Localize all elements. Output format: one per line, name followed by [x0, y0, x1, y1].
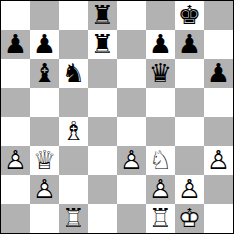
piece-glyph: ♟: [30, 30, 59, 59]
piece-black-queen[interactable]: ♛: [146, 59, 175, 88]
square-a3[interactable]: ♟♙: [1, 146, 30, 175]
piece-glyph: ♟: [175, 30, 204, 59]
square-b4[interactable]: [30, 117, 59, 146]
piece-white-bishop[interactable]: ♝♗: [59, 117, 88, 146]
piece-black-rook[interactable]: ♜: [88, 30, 117, 59]
square-g7[interactable]: ♟: [175, 30, 204, 59]
chess-board: ♜♚♟♟♜♟♟♝♞♛♟♝♗♟♙♛♕♟♙♞♘♟♙♟♙♟♙♟♙♜♖♜♖♚♔: [0, 0, 234, 234]
square-c3[interactable]: [59, 146, 88, 175]
square-d5[interactable]: [88, 88, 117, 117]
piece-outline-layer: ♙: [146, 175, 175, 204]
piece-glyph: ♟: [1, 30, 30, 59]
piece-black-pawn[interactable]: ♟: [204, 59, 233, 88]
square-a7[interactable]: ♟: [1, 30, 30, 59]
square-e3[interactable]: ♟♙: [117, 146, 146, 175]
piece-white-rook[interactable]: ♜♖: [146, 204, 175, 233]
piece-glyph: ♟: [204, 59, 233, 88]
square-c6[interactable]: ♞: [59, 59, 88, 88]
piece-glyph: ♟: [146, 30, 175, 59]
square-e2[interactable]: [117, 175, 146, 204]
square-f6[interactable]: ♛: [146, 59, 175, 88]
square-e7[interactable]: [117, 30, 146, 59]
piece-white-pawn[interactable]: ♟♙: [175, 175, 204, 204]
square-e4[interactable]: [117, 117, 146, 146]
piece-outline-layer: ♖: [59, 204, 88, 233]
piece-white-pawn[interactable]: ♟♙: [30, 175, 59, 204]
square-e8[interactable]: [117, 1, 146, 30]
piece-glyph: ♜: [88, 30, 117, 59]
square-a8[interactable]: [1, 1, 30, 30]
square-h2[interactable]: [204, 175, 233, 204]
piece-outline-layer: ♘: [146, 146, 175, 175]
square-f2[interactable]: ♟♙: [146, 175, 175, 204]
square-h7[interactable]: [204, 30, 233, 59]
square-f7[interactable]: ♟: [146, 30, 175, 59]
square-h4[interactable]: [204, 117, 233, 146]
piece-black-knight[interactable]: ♞: [59, 59, 88, 88]
square-d1[interactable]: [88, 204, 117, 233]
square-g6[interactable]: [175, 59, 204, 88]
piece-outline-layer: ♗: [59, 117, 88, 146]
square-g5[interactable]: [175, 88, 204, 117]
square-f1[interactable]: ♜♖: [146, 204, 175, 233]
piece-glyph: ♚: [175, 1, 204, 30]
piece-black-pawn[interactable]: ♟: [1, 30, 30, 59]
square-c8[interactable]: [59, 1, 88, 30]
square-a1[interactable]: [1, 204, 30, 233]
square-b3[interactable]: ♛♕: [30, 146, 59, 175]
square-h1[interactable]: [204, 204, 233, 233]
square-b2[interactable]: ♟♙: [30, 175, 59, 204]
piece-outline-layer: ♖: [146, 204, 175, 233]
piece-black-pawn[interactable]: ♟: [30, 30, 59, 59]
piece-outline-layer: ♕: [30, 146, 59, 175]
piece-outline-layer: ♙: [117, 146, 146, 175]
piece-white-pawn[interactable]: ♟♙: [146, 175, 175, 204]
square-e6[interactable]: [117, 59, 146, 88]
piece-white-queen[interactable]: ♛♕: [30, 146, 59, 175]
piece-black-bishop[interactable]: ♝: [30, 59, 59, 88]
piece-black-pawn[interactable]: ♟: [175, 30, 204, 59]
piece-white-knight[interactable]: ♞♘: [146, 146, 175, 175]
piece-glyph: ♝: [30, 59, 59, 88]
piece-outline-layer: ♔: [175, 204, 204, 233]
piece-glyph: ♛: [146, 59, 175, 88]
square-b5[interactable]: [30, 88, 59, 117]
square-g8[interactable]: ♚: [175, 1, 204, 30]
square-f5[interactable]: [146, 88, 175, 117]
square-d4[interactable]: [88, 117, 117, 146]
piece-outline-layer: ♙: [175, 175, 204, 204]
square-g3[interactable]: [175, 146, 204, 175]
square-f4[interactable]: [146, 117, 175, 146]
piece-white-rook[interactable]: ♜♖: [59, 204, 88, 233]
square-c5[interactable]: [59, 88, 88, 117]
square-d8[interactable]: ♜: [88, 1, 117, 30]
piece-outline-layer: ♙: [1, 146, 30, 175]
square-b7[interactable]: ♟: [30, 30, 59, 59]
square-c2[interactable]: [59, 175, 88, 204]
square-f3[interactable]: ♞♘: [146, 146, 175, 175]
square-b1[interactable]: [30, 204, 59, 233]
square-e1[interactable]: [117, 204, 146, 233]
square-d7[interactable]: ♜: [88, 30, 117, 59]
square-h3[interactable]: ♟♙: [204, 146, 233, 175]
square-a4[interactable]: [1, 117, 30, 146]
square-g1[interactable]: ♚♔: [175, 204, 204, 233]
piece-black-pawn[interactable]: ♟: [146, 30, 175, 59]
square-g4[interactable]: [175, 117, 204, 146]
square-b8[interactable]: [30, 1, 59, 30]
piece-glyph: ♞: [59, 59, 88, 88]
square-f8[interactable]: [146, 1, 175, 30]
piece-white-pawn[interactable]: ♟♙: [1, 146, 30, 175]
piece-white-king[interactable]: ♚♔: [175, 204, 204, 233]
piece-black-king[interactable]: ♚: [175, 1, 204, 30]
square-d2[interactable]: [88, 175, 117, 204]
piece-white-pawn[interactable]: ♟♙: [117, 146, 146, 175]
square-e5[interactable]: [117, 88, 146, 117]
square-g2[interactable]: ♟♙: [175, 175, 204, 204]
square-h8[interactable]: [204, 1, 233, 30]
square-d6[interactable]: [88, 59, 117, 88]
square-h5[interactable]: [204, 88, 233, 117]
square-d3[interactable]: [88, 146, 117, 175]
square-c7[interactable]: [59, 30, 88, 59]
square-a5[interactable]: [1, 88, 30, 117]
square-b6[interactable]: ♝: [30, 59, 59, 88]
piece-black-rook[interactable]: ♜: [88, 1, 117, 30]
piece-glyph: ♜: [88, 1, 117, 30]
square-a2[interactable]: [1, 175, 30, 204]
square-c1[interactable]: ♜♖: [59, 204, 88, 233]
square-a6[interactable]: [1, 59, 30, 88]
piece-outline-layer: ♙: [204, 146, 233, 175]
square-c4[interactable]: ♝♗: [59, 117, 88, 146]
piece-outline-layer: ♙: [30, 175, 59, 204]
square-h6[interactable]: ♟: [204, 59, 233, 88]
piece-white-pawn[interactable]: ♟♙: [204, 146, 233, 175]
